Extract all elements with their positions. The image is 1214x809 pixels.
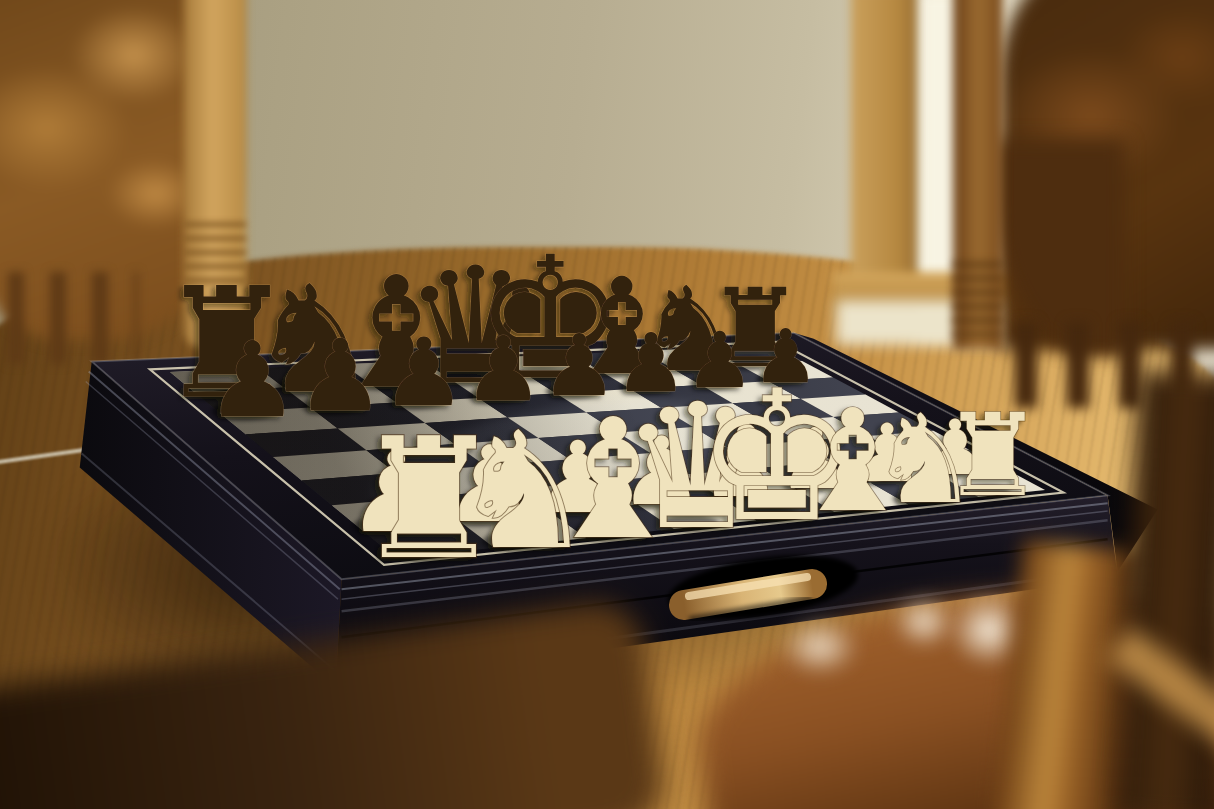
photo-scene: ♜♞♝♛♚♝♞♜♟♟♟♟♟♟♟♟♟♟♟♟♟♟♟♟♜♞♝♛♚♝♞♜ xyxy=(0,0,1214,809)
vignette xyxy=(0,0,1214,809)
